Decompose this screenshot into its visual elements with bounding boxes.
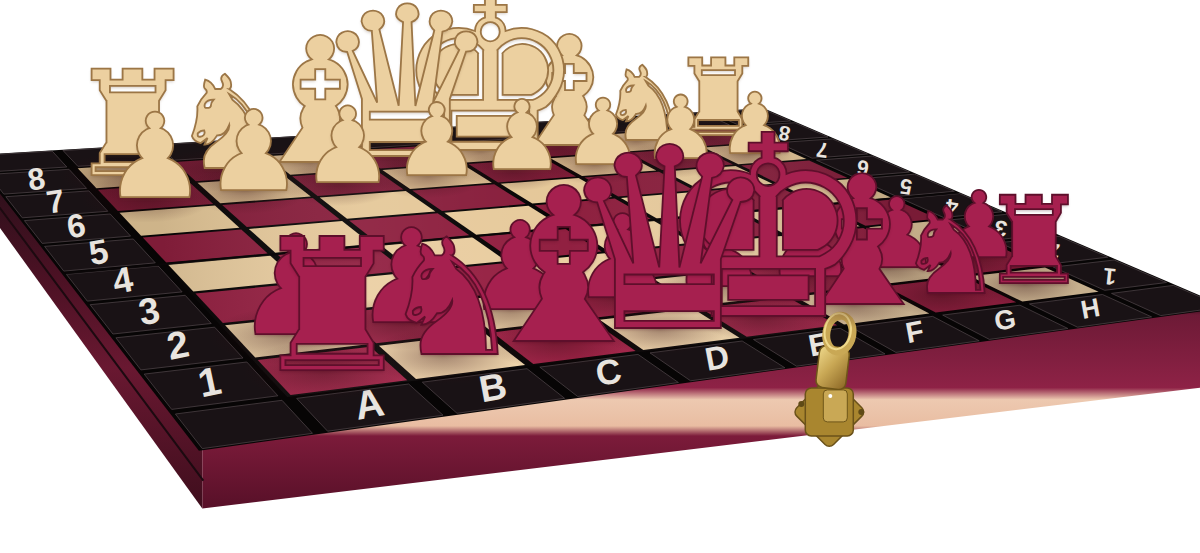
clasp-screw-left [798, 401, 804, 407]
rank-label-right-1: 1 [1102, 263, 1118, 290]
chess-set-photo: 88A77B66C55D44E33F22G11H ♜♞♝♚♟♛♟♝♟♞♟♜♟♟♟… [0, 0, 1200, 553]
clasp-screw-glint [828, 394, 832, 398]
clasp-screw-right [858, 409, 864, 415]
clasp-latch-body [823, 390, 847, 422]
board-scene: 88A77B66C55D44E33F22G11H [0, 0, 1200, 553]
